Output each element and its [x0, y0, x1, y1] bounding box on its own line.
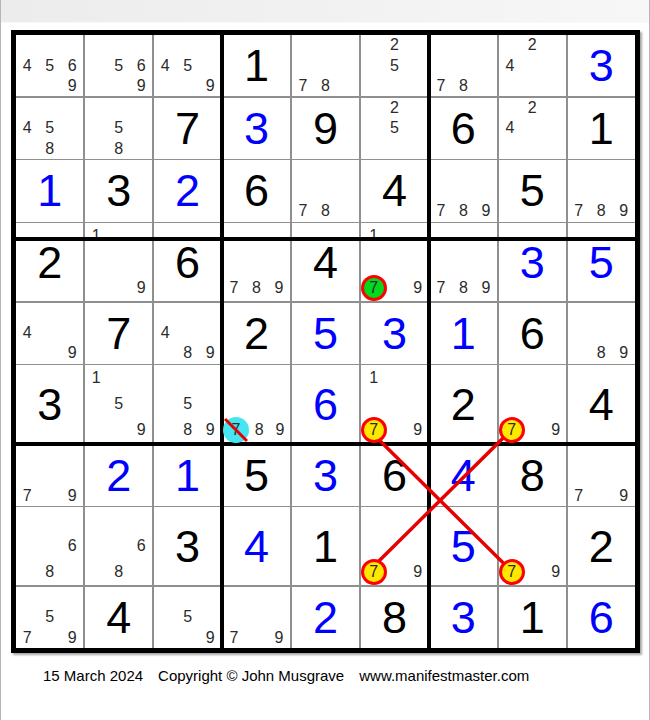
empty-slot: [61, 507, 83, 533]
candidate-slot: 1: [361, 365, 387, 391]
empty-slot: [38, 507, 60, 533]
candidate-digit: 2: [528, 37, 537, 53]
candidate-slot: 4: [499, 55, 521, 75]
empty-slot: [130, 249, 152, 275]
candidate-digit: 8: [321, 203, 330, 219]
empty-slot: [406, 138, 428, 158]
cell-r1c4[interactable]: 1: [223, 35, 290, 96]
empty-slot: [337, 76, 359, 96]
empty-slot: [337, 35, 359, 55]
cell-r6c7[interactable]: 2: [430, 365, 497, 443]
candidate-slot: 8: [590, 201, 612, 221]
empty-slot: [544, 55, 566, 75]
empty-slot: [406, 118, 428, 138]
empty-slot: [475, 223, 497, 249]
empty-slot: [525, 365, 546, 391]
empty-slot: [61, 35, 83, 55]
candidate-digit: 7: [230, 280, 239, 296]
candidate-digit: 9: [68, 488, 77, 504]
candidate-digit: 5: [390, 58, 399, 74]
candidate-digit: 7: [436, 203, 445, 219]
empty-slot: [61, 303, 83, 323]
empty-slot: [407, 507, 428, 533]
given-digit: 3: [37, 382, 62, 427]
cell-r2c8[interactable]: 24: [499, 98, 566, 159]
empty-slot: [16, 138, 38, 158]
candidate-slot: 7: [223, 275, 245, 301]
empty-slot: [154, 35, 176, 55]
given-digit: 7: [175, 106, 200, 151]
empty-slot: [407, 391, 428, 417]
solved-digit: 6: [313, 382, 338, 427]
empty-slot: [199, 35, 221, 55]
candidate-slot: 9: [407, 275, 428, 301]
empty-slot: [525, 507, 546, 533]
candidate-digit: 9: [206, 345, 215, 361]
empty-slot: [16, 465, 38, 485]
empty-slot: [499, 507, 525, 533]
candidate-slot: 8: [245, 275, 267, 301]
cell-r7c6[interactable]: 6: [361, 445, 428, 506]
candidate-digit: 7: [369, 422, 378, 438]
candidate-digit: 8: [45, 141, 54, 157]
given-digit: 1: [313, 524, 338, 569]
empty-slot: [590, 445, 612, 465]
candidate-digit: 8: [183, 345, 192, 361]
cell-r3c1[interactable]: 1: [16, 160, 83, 221]
cell-r9c2[interactable]: 4: [85, 587, 152, 648]
empty-slot: [613, 465, 635, 485]
cell-r5c8[interactable]: 6: [499, 303, 566, 364]
empty-slot: [154, 417, 176, 443]
cell-r8c7[interactable]: 5: [430, 507, 497, 585]
empty-slot: [107, 98, 129, 118]
candidate-digit: 1: [369, 228, 378, 244]
cell-r7c1[interactable]: 79: [16, 445, 83, 506]
cell-r7c9[interactable]: 79: [568, 445, 635, 506]
empty-slot: [430, 249, 452, 275]
candidate-digit: 8: [459, 203, 468, 219]
candidate-slot: 6: [61, 55, 83, 75]
empty-slot: [16, 76, 38, 96]
empty-slot: [154, 391, 176, 417]
candidate-slot: 8: [314, 76, 336, 96]
candidate-digit: 5: [114, 120, 123, 136]
candidate-digit: 9: [68, 78, 77, 94]
cell-r7c5[interactable]: 3: [292, 445, 359, 506]
candidate-digit: 8: [459, 78, 468, 94]
candidate-digit: 4: [23, 325, 32, 341]
candidate-digit: 4: [505, 120, 514, 136]
cell-r5c2[interactable]: 7: [85, 303, 152, 364]
cell-r4c6[interactable]: 179: [361, 223, 428, 301]
candidate-slot: 9: [475, 201, 497, 221]
cell-r3c4[interactable]: 6: [223, 160, 290, 221]
candidate-slot: 7: [430, 76, 452, 96]
cell-r3c5[interactable]: 78: [292, 160, 359, 221]
cell-r9c8[interactable]: 1: [499, 587, 566, 648]
empty-slot: [268, 223, 290, 249]
candidate-slot: 7: [16, 485, 38, 505]
empty-slot: [176, 303, 198, 323]
empty-slot: [475, 181, 497, 201]
empty-slot: [568, 445, 590, 465]
empty-slot: [268, 587, 290, 607]
given-digit: 2: [37, 240, 62, 285]
empty-slot: [130, 98, 152, 118]
cell-r5c6[interactable]: 3: [361, 303, 428, 364]
given-digit: 3: [175, 524, 200, 569]
block-border-vertical-1: [220, 35, 224, 648]
candidate-digit: 7: [369, 564, 378, 580]
cell-r8c9[interactable]: 2: [568, 507, 635, 585]
sudoku-board: 4569569459178257824345858739256241132678…: [11, 30, 640, 653]
empty-slot: [525, 533, 546, 559]
candidate-digit: 9: [619, 203, 628, 219]
cell-r6c5[interactable]: 6: [292, 365, 359, 443]
cell-r3c7[interactable]: 789: [430, 160, 497, 221]
cell-r5c1[interactable]: 49: [16, 303, 83, 364]
candidate-digit: 9: [68, 630, 77, 646]
solved-digit: 3: [313, 453, 338, 498]
empty-slot: [568, 160, 590, 180]
empty-slot: [361, 98, 383, 118]
empty-slot: [38, 35, 60, 55]
empty-slot: [38, 323, 60, 343]
empty-slot: [430, 181, 452, 201]
cell-r2c7[interactable]: 6: [430, 98, 497, 159]
candidate-slot: 7: [430, 201, 452, 221]
solved-digit: 2: [106, 453, 131, 498]
empty-slot: [314, 160, 336, 180]
empty-slot: [499, 391, 525, 417]
empty-slot: [383, 138, 405, 158]
cell-r9c7[interactable]: 3: [430, 587, 497, 648]
solved-digit: 6: [589, 595, 614, 640]
empty-slot: [154, 343, 176, 363]
empty-slot: [199, 55, 221, 75]
cell-r4c7[interactable]: 789: [430, 223, 497, 301]
cell-r7c3[interactable]: 1: [154, 445, 221, 506]
empty-slot: [61, 465, 83, 485]
footer: 15 March 2024 Copyright © John Musgrave …: [43, 667, 529, 684]
cell-r2c3[interactable]: 7: [154, 98, 221, 159]
candidate-slot: 8: [452, 275, 474, 301]
candidate-slot: 7: [361, 275, 387, 301]
empty-slot: [249, 365, 270, 391]
empty-slot: [154, 607, 176, 627]
cell-r2c5[interactable]: 9: [292, 98, 359, 159]
empty-slot: [568, 303, 590, 323]
cell-r8c1[interactable]: 68: [16, 507, 83, 585]
empty-slot: [406, 35, 428, 55]
empty-slot: [16, 303, 38, 323]
candidate-digit: 8: [597, 203, 606, 219]
cell-r9c4[interactable]: 79: [223, 587, 290, 648]
candidate-digit: 4: [161, 325, 170, 341]
empty-slot: [268, 607, 290, 627]
cell-r6c4[interactable]: 789: [223, 365, 290, 443]
cell-r4c8[interactable]: 3: [499, 223, 566, 301]
empty-slot: [292, 55, 314, 75]
cell-r4c9[interactable]: 5: [568, 223, 635, 301]
empty-slot: [613, 323, 635, 343]
cell-r6c8[interactable]: 79: [499, 365, 566, 443]
cell-r6c6[interactable]: 179: [361, 365, 428, 443]
cell-r1c6[interactable]: 25: [361, 35, 428, 96]
empty-slot: [613, 303, 635, 323]
empty-slot: [199, 303, 221, 323]
eliminated-candidate-marker: 7: [223, 417, 249, 443]
candidate-slot: 5: [107, 391, 129, 417]
empty-slot: [406, 55, 428, 75]
cell-r1c8[interactable]: 24: [499, 35, 566, 96]
empty-slot: [16, 507, 38, 533]
empty-slot: [245, 587, 267, 607]
cell-r4c5[interactable]: 4: [292, 223, 359, 301]
empty-slot: [154, 365, 176, 391]
cell-r5c7[interactable]: 1: [430, 303, 497, 364]
solved-digit: 2: [175, 168, 200, 213]
empty-slot: [361, 35, 383, 55]
solved-digit: 4: [244, 524, 269, 569]
empty-slot: [387, 417, 408, 443]
cell-r5c5[interactable]: 5: [292, 303, 359, 364]
empty-slot: [361, 249, 387, 275]
candidate-digit: 9: [275, 630, 284, 646]
candidate-digit: 7: [574, 488, 583, 504]
xwing-corner-marker: 7: [499, 417, 525, 443]
cell-r5c9[interactable]: 89: [568, 303, 635, 364]
candidate-slot: 9: [61, 628, 83, 648]
cell-r7c7[interactable]: 4: [430, 445, 497, 506]
candidate-digit: 4: [23, 120, 32, 136]
cell-r8c6[interactable]: 79: [361, 507, 428, 585]
cell-r9c5[interactable]: 2: [292, 587, 359, 648]
given-digit: 4: [589, 382, 614, 427]
empty-slot: [61, 587, 83, 607]
given-digit: 6: [175, 240, 200, 285]
candidate-slot: 7: [568, 485, 590, 505]
empty-slot: [590, 181, 612, 201]
cell-r3c8[interactable]: 5: [499, 160, 566, 221]
candidate-slot: 5: [176, 391, 198, 417]
candidate-digit: 9: [206, 422, 215, 438]
empty-slot: [544, 35, 566, 55]
candidate-slot: 2: [383, 98, 405, 118]
cell-r9c6[interactable]: 8: [361, 587, 428, 648]
cell-r7c4[interactable]: 5: [223, 445, 290, 506]
empty-slot: [387, 223, 408, 249]
empty-slot: [292, 35, 314, 55]
candidate-digit: 8: [252, 280, 261, 296]
cell-r4c4[interactable]: 789: [223, 223, 290, 301]
candidate-slot: 9: [475, 275, 497, 301]
solved-digit: 1: [175, 453, 200, 498]
candidate-slot: 7: [361, 559, 387, 585]
candidate-digit: 1: [369, 370, 378, 386]
empty-slot: [154, 587, 176, 607]
candidate-digit: 8: [114, 141, 123, 157]
empty-slot: [130, 507, 152, 533]
empty-slot: [337, 201, 359, 221]
empty-slot: [38, 628, 60, 648]
empty-slot: [407, 365, 428, 391]
candidate-digit: 5: [45, 58, 54, 74]
empty-slot: [387, 559, 408, 585]
candidate-digit: 7: [369, 280, 378, 296]
candidate-slot: 5: [383, 118, 405, 138]
solved-digit: 3: [451, 595, 476, 640]
given-digit: 8: [520, 453, 545, 498]
candidate-slot: 9: [199, 417, 221, 443]
empty-slot: [521, 55, 543, 75]
empty-slot: [430, 35, 452, 55]
empty-slot: [107, 275, 129, 301]
cell-r9c1[interactable]: 579: [16, 587, 83, 648]
empty-slot: [337, 160, 359, 180]
cell-r1c5[interactable]: 78: [292, 35, 359, 96]
empty-slot: [568, 343, 590, 363]
cell-r3c9[interactable]: 789: [568, 160, 635, 221]
candidate-digit: 9: [619, 488, 628, 504]
empty-slot: [130, 138, 152, 158]
empty-slot: [430, 160, 452, 180]
cell-r2c1[interactable]: 458: [16, 98, 83, 159]
cell-r2c6[interactable]: 25: [361, 98, 428, 159]
empty-slot: [223, 249, 245, 275]
empty-slot: [499, 76, 521, 96]
empty-slot: [361, 76, 383, 96]
candidate-digit: 8: [45, 564, 54, 580]
candidate-slot: 7: [223, 417, 249, 443]
candidate-digit: 7: [231, 422, 240, 438]
empty-slot: [499, 98, 521, 118]
empty-slot: [525, 559, 546, 585]
empty-slot: [107, 223, 129, 249]
cell-r9c9[interactable]: 6: [568, 587, 635, 648]
footer-date: 15 March 2024: [43, 667, 143, 684]
empty-slot: [452, 223, 474, 249]
solved-digit: 4: [451, 453, 476, 498]
empty-slot: [107, 35, 129, 55]
empty-slot: [521, 118, 543, 138]
empty-slot: [176, 628, 198, 648]
cell-r8c3[interactable]: 3: [154, 507, 221, 585]
empty-slot: [85, 55, 107, 75]
cell-r4c1[interactable]: 2: [16, 223, 83, 301]
candidate-digit: 6: [137, 58, 146, 74]
empty-slot: [38, 303, 60, 323]
candidate-slot: 5: [38, 607, 60, 627]
cell-r3c3[interactable]: 2: [154, 160, 221, 221]
candidate-digit: 2: [390, 37, 399, 53]
cell-r2c2[interactable]: 58: [85, 98, 152, 159]
cell-r1c3[interactable]: 459: [154, 35, 221, 96]
cell-r8c4[interactable]: 4: [223, 507, 290, 585]
candidate-digit: 8: [321, 78, 330, 94]
empty-slot: [199, 391, 221, 417]
cell-r3c2[interactable]: 3: [85, 160, 152, 221]
empty-slot: [475, 160, 497, 180]
cell-r6c3[interactable]: 589: [154, 365, 221, 443]
cell-r8c5[interactable]: 1: [292, 507, 359, 585]
candidate-slot: 9: [199, 628, 221, 648]
elimination-highlight-marker: 7: [361, 275, 387, 301]
candidate-slot: 6: [130, 55, 152, 75]
empty-slot: [270, 365, 291, 391]
empty-slot: [314, 35, 336, 55]
empty-slot: [16, 98, 38, 118]
empty-slot: [475, 55, 497, 75]
block-border-horizontal-1: [16, 237, 635, 241]
solved-digit: 3: [520, 240, 545, 285]
cell-r6c1[interactable]: 3: [16, 365, 83, 443]
candidate-digit: 7: [23, 630, 32, 646]
solved-digit: 5: [589, 240, 614, 285]
empty-slot: [452, 160, 474, 180]
cell-r6c2[interactable]: 159: [85, 365, 152, 443]
empty-slot: [475, 35, 497, 55]
cell-r1c9[interactable]: 3: [568, 35, 635, 96]
cell-r1c1[interactable]: 4569: [16, 35, 83, 96]
cell-r5c4[interactable]: 2: [223, 303, 290, 364]
cell-r2c4[interactable]: 3: [223, 98, 290, 159]
candidate-slot: 8: [176, 343, 198, 363]
empty-slot: [544, 76, 566, 96]
empty-slot: [568, 181, 590, 201]
cell-r6c9[interactable]: 4: [568, 365, 635, 443]
cell-r4c2[interactable]: 19: [85, 223, 152, 301]
empty-slot: [430, 223, 452, 249]
candidate-slot: 9: [61, 485, 83, 505]
candidate-digit: 5: [45, 120, 54, 136]
empty-slot: [407, 223, 428, 249]
cell-r3c6[interactable]: 4: [361, 160, 428, 221]
candidate-digit: 9: [619, 345, 628, 361]
cell-r9c3[interactable]: 59: [154, 587, 221, 648]
cell-r7c2[interactable]: 2: [85, 445, 152, 506]
empty-slot: [245, 628, 267, 648]
candidate-digit: 8: [597, 345, 606, 361]
empty-slot: [38, 533, 60, 559]
empty-slot: [107, 507, 129, 533]
cell-r7c8[interactable]: 8: [499, 445, 566, 506]
given-digit: 5: [520, 168, 545, 213]
cell-r8c8[interactable]: 79: [499, 507, 566, 585]
cell-r1c7[interactable]: 78: [430, 35, 497, 96]
candidate-digit: 7: [436, 78, 445, 94]
empty-slot: [130, 223, 152, 249]
solved-digit: 3: [589, 43, 614, 88]
candidate-digit: 8: [255, 422, 264, 438]
xwing-corner-marker: 7: [361, 417, 387, 443]
empty-slot: [452, 181, 474, 201]
candidate-slot: 9: [199, 343, 221, 363]
cell-r1c2[interactable]: 569: [85, 35, 152, 96]
cell-r8c2[interactable]: 68: [85, 507, 152, 585]
cell-r4c3[interactable]: 6: [154, 223, 221, 301]
solved-digit: 5: [451, 524, 476, 569]
cell-r5c3[interactable]: 489: [154, 303, 221, 364]
given-digit: 7: [106, 311, 131, 356]
empty-slot: [545, 533, 566, 559]
candidate-slot: 5: [383, 55, 405, 75]
candidate-digit: 7: [507, 564, 516, 580]
empty-slot: [38, 343, 60, 363]
cell-r2c9[interactable]: 1: [568, 98, 635, 159]
empty-slot: [61, 445, 83, 465]
